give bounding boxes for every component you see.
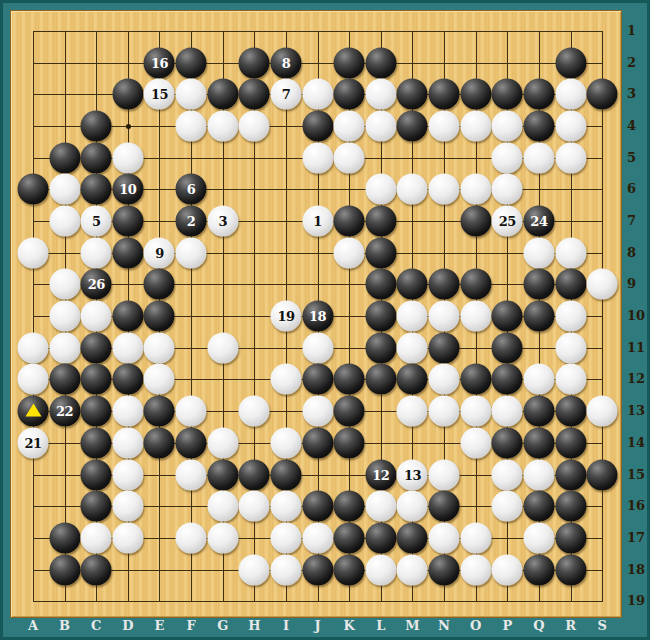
black-stone (555, 396, 586, 427)
black-stone (302, 364, 333, 395)
white-stone (555, 142, 586, 173)
white-stone (397, 332, 428, 363)
white-stone (429, 522, 460, 553)
black-stone (18, 396, 49, 427)
black-stone (523, 79, 554, 110)
black-stone (334, 427, 365, 458)
column-label: N (434, 618, 454, 633)
triangle-marker-icon (25, 404, 41, 417)
move-number: 9 (155, 246, 164, 259)
black-stone (334, 364, 365, 395)
black-stone (587, 79, 618, 110)
white-stone (49, 206, 80, 237)
black-stone (239, 79, 270, 110)
white-stone: 25 (492, 206, 523, 237)
black-stone (555, 47, 586, 78)
white-stone (587, 396, 618, 427)
white-stone (555, 111, 586, 142)
column-label: A (23, 618, 43, 633)
white-stone (239, 491, 270, 522)
column-label: R (561, 618, 581, 633)
white-stone (270, 491, 301, 522)
white-stone (207, 427, 238, 458)
star-point (126, 124, 131, 129)
black-stone (397, 111, 428, 142)
white-stone: 7 (270, 79, 301, 110)
white-stone (112, 142, 143, 173)
black-stone (239, 47, 270, 78)
white-stone (81, 522, 112, 553)
black-stone (334, 491, 365, 522)
move-number: 2 (187, 215, 196, 228)
white-stone (460, 301, 491, 332)
black-stone (365, 47, 396, 78)
black-stone (176, 47, 207, 78)
row-label: 1 (627, 23, 636, 38)
white-stone (207, 111, 238, 142)
column-label: O (466, 618, 486, 633)
black-stone (460, 79, 491, 110)
row-label: 15 (627, 467, 645, 482)
row-label: 3 (627, 86, 636, 101)
white-stone (523, 142, 554, 173)
white-stone (18, 364, 49, 395)
column-label: I (276, 618, 296, 633)
column-label: J (308, 618, 328, 633)
white-stone (397, 301, 428, 332)
white-stone (365, 79, 396, 110)
row-label: 5 (627, 150, 636, 165)
column-label: S (592, 618, 612, 633)
white-stone (523, 459, 554, 490)
white-stone (270, 522, 301, 553)
black-stone: 10 (112, 174, 143, 205)
black-stone (81, 396, 112, 427)
white-stone (587, 269, 618, 300)
grid-line-horizontal (33, 601, 603, 602)
black-stone (112, 206, 143, 237)
black-stone (112, 364, 143, 395)
white-stone (460, 174, 491, 205)
white-stone (555, 79, 586, 110)
black-stone (49, 364, 80, 395)
white-stone (460, 396, 491, 427)
white-stone: 1 (302, 206, 333, 237)
white-stone (492, 459, 523, 490)
white-stone (207, 491, 238, 522)
white-stone (49, 301, 80, 332)
white-stone: 15 (144, 79, 175, 110)
white-stone (176, 111, 207, 142)
white-stone (49, 332, 80, 363)
black-stone (207, 79, 238, 110)
black-stone (302, 554, 333, 585)
black-stone (397, 79, 428, 110)
move-number: 1 (313, 215, 322, 228)
row-label: 18 (627, 562, 645, 577)
move-number: 8 (282, 56, 291, 69)
black-stone (555, 269, 586, 300)
black-stone (460, 206, 491, 237)
black-stone (397, 364, 428, 395)
black-stone: 2 (176, 206, 207, 237)
black-stone (334, 47, 365, 78)
black-stone (302, 427, 333, 458)
black-stone (587, 459, 618, 490)
move-number: 12 (372, 468, 389, 481)
grid-line-horizontal (33, 63, 603, 64)
black-stone (365, 364, 396, 395)
row-label: 7 (627, 213, 636, 228)
black-stone (429, 332, 460, 363)
black-stone (365, 269, 396, 300)
white-stone (207, 332, 238, 363)
black-stone (397, 522, 428, 553)
black-stone (334, 522, 365, 553)
black-stone (523, 301, 554, 332)
black-stone (334, 396, 365, 427)
white-stone (302, 522, 333, 553)
white-stone: 19 (270, 301, 301, 332)
white-stone (334, 142, 365, 173)
white-stone (270, 427, 301, 458)
white-stone (270, 364, 301, 395)
black-stone (81, 174, 112, 205)
black-stone (365, 206, 396, 237)
black-stone (523, 396, 554, 427)
black-stone (239, 459, 270, 490)
move-number: 25 (499, 215, 516, 228)
black-stone (460, 364, 491, 395)
black-stone (555, 459, 586, 490)
black-stone (49, 142, 80, 173)
white-stone (302, 142, 333, 173)
white-stone (523, 522, 554, 553)
grid-line-horizontal (33, 284, 603, 285)
white-stone (302, 79, 333, 110)
black-stone (555, 491, 586, 522)
black-stone (429, 554, 460, 585)
white-stone (176, 237, 207, 268)
black-stone (492, 79, 523, 110)
move-number: 26 (88, 278, 105, 291)
white-stone (555, 301, 586, 332)
move-number: 15 (151, 88, 168, 101)
black-stone (49, 522, 80, 553)
white-stone (18, 237, 49, 268)
black-stone (112, 79, 143, 110)
black-stone (176, 427, 207, 458)
white-stone (112, 522, 143, 553)
move-number: 21 (24, 436, 41, 449)
column-label: M (402, 618, 422, 633)
black-stone: 6 (176, 174, 207, 205)
black-stone (270, 459, 301, 490)
black-stone (397, 269, 428, 300)
white-stone (460, 111, 491, 142)
black-stone (429, 491, 460, 522)
black-stone (523, 427, 554, 458)
white-stone (555, 237, 586, 268)
white-stone (81, 237, 112, 268)
white-stone (397, 491, 428, 522)
white-stone (112, 491, 143, 522)
white-stone (144, 364, 175, 395)
white-stone (81, 301, 112, 332)
white-stone (429, 459, 460, 490)
column-label: B (55, 618, 75, 633)
black-stone: 16 (144, 47, 175, 78)
black-stone: 12 (365, 459, 396, 490)
black-stone: 26 (81, 269, 112, 300)
white-stone: 3 (207, 206, 238, 237)
column-label: P (497, 618, 517, 633)
move-number: 3 (218, 215, 227, 228)
column-label: C (86, 618, 106, 633)
white-stone (176, 459, 207, 490)
black-stone (492, 427, 523, 458)
white-stone (492, 174, 523, 205)
white-stone (112, 396, 143, 427)
white-stone (112, 427, 143, 458)
grid-line-horizontal (33, 31, 603, 32)
white-stone (18, 332, 49, 363)
white-stone (365, 174, 396, 205)
white-stone (207, 522, 238, 553)
white-stone (429, 396, 460, 427)
black-stone (302, 111, 333, 142)
black-stone (81, 427, 112, 458)
row-label: 11 (627, 340, 645, 355)
white-stone (429, 301, 460, 332)
white-stone (365, 111, 396, 142)
black-stone (302, 491, 333, 522)
black-stone (334, 554, 365, 585)
white-stone: 13 (397, 459, 428, 490)
black-stone (112, 301, 143, 332)
white-stone (112, 332, 143, 363)
black-stone (523, 111, 554, 142)
black-stone: 8 (270, 47, 301, 78)
black-stone (334, 206, 365, 237)
white-stone (492, 142, 523, 173)
black-stone (555, 522, 586, 553)
column-label: Q (529, 618, 549, 633)
column-label: E (149, 618, 169, 633)
black-stone (365, 301, 396, 332)
white-stone: 5 (81, 206, 112, 237)
black-stone (523, 554, 554, 585)
row-label: 13 (627, 403, 645, 418)
white-stone (365, 554, 396, 585)
white-stone (460, 522, 491, 553)
black-stone (523, 269, 554, 300)
black-stone (523, 491, 554, 522)
white-stone (176, 396, 207, 427)
go-app-window: { "game": "go", "board": { "size": 19, "… (0, 0, 650, 640)
white-stone (302, 332, 333, 363)
black-stone (555, 427, 586, 458)
white-stone (176, 79, 207, 110)
white-stone (144, 332, 175, 363)
move-number: 5 (92, 215, 101, 228)
move-number: 16 (151, 56, 168, 69)
white-stone (49, 269, 80, 300)
black-stone (81, 332, 112, 363)
black-stone (429, 79, 460, 110)
white-stone (239, 396, 270, 427)
column-label: G (213, 618, 233, 633)
black-stone (81, 111, 112, 142)
row-label: 16 (627, 498, 645, 513)
white-stone (302, 396, 333, 427)
black-stone (429, 269, 460, 300)
white-stone (176, 522, 207, 553)
row-label: 9 (627, 276, 636, 291)
black-stone (112, 237, 143, 268)
move-number: 24 (530, 215, 547, 228)
black-stone (207, 459, 238, 490)
black-stone (81, 554, 112, 585)
black-stone (365, 522, 396, 553)
black-stone: 22 (49, 396, 80, 427)
white-stone (492, 554, 523, 585)
move-number: 6 (187, 183, 196, 196)
black-stone (555, 554, 586, 585)
white-stone (239, 554, 270, 585)
white-stone (460, 427, 491, 458)
move-number: 18 (309, 310, 326, 323)
row-label: 8 (627, 245, 636, 260)
black-stone (144, 427, 175, 458)
column-label: L (371, 618, 391, 633)
move-number: 7 (282, 88, 291, 101)
white-stone (429, 364, 460, 395)
board-frame: 16815710652312524926191822211213 ABCDEFG… (0, 0, 650, 640)
black-stone (334, 79, 365, 110)
black-stone: 24 (523, 206, 554, 237)
move-number: 19 (277, 310, 294, 323)
column-label: F (181, 618, 201, 633)
white-stone (555, 332, 586, 363)
white-stone (112, 459, 143, 490)
black-stone (81, 142, 112, 173)
white-stone (397, 554, 428, 585)
move-number: 13 (404, 468, 421, 481)
white-stone (429, 111, 460, 142)
white-stone (397, 396, 428, 427)
black-stone (460, 269, 491, 300)
black-stone (365, 237, 396, 268)
white-stone: 9 (144, 237, 175, 268)
white-stone (460, 554, 491, 585)
column-label: D (118, 618, 138, 633)
white-stone (492, 491, 523, 522)
white-stone: 21 (18, 427, 49, 458)
white-stone (523, 364, 554, 395)
black-stone (81, 459, 112, 490)
white-stone (334, 111, 365, 142)
row-label: 19 (627, 593, 645, 608)
white-stone (270, 554, 301, 585)
white-stone (239, 111, 270, 142)
row-label: 14 (627, 435, 645, 450)
black-stone (18, 174, 49, 205)
row-label: 12 (627, 371, 645, 386)
white-stone (492, 396, 523, 427)
move-number: 10 (119, 183, 136, 196)
white-stone (49, 174, 80, 205)
row-label: 6 (627, 181, 636, 196)
row-label: 2 (627, 55, 636, 70)
black-stone (492, 301, 523, 332)
black-stone (492, 364, 523, 395)
black-stone: 18 (302, 301, 333, 332)
black-stone (81, 491, 112, 522)
black-stone (365, 332, 396, 363)
black-stone (144, 269, 175, 300)
white-stone (334, 237, 365, 268)
white-stone (365, 491, 396, 522)
white-stone (429, 174, 460, 205)
row-label: 17 (627, 530, 645, 545)
black-stone (144, 396, 175, 427)
row-label: 4 (627, 118, 636, 133)
black-stone (81, 364, 112, 395)
white-stone (523, 237, 554, 268)
black-stone (144, 301, 175, 332)
row-label: 10 (627, 308, 645, 323)
move-number: 22 (56, 405, 73, 418)
white-stone (397, 174, 428, 205)
black-stone (49, 554, 80, 585)
black-stone (492, 332, 523, 363)
column-label: H (244, 618, 264, 633)
column-label: K (339, 618, 359, 633)
white-stone (555, 364, 586, 395)
white-stone (492, 111, 523, 142)
